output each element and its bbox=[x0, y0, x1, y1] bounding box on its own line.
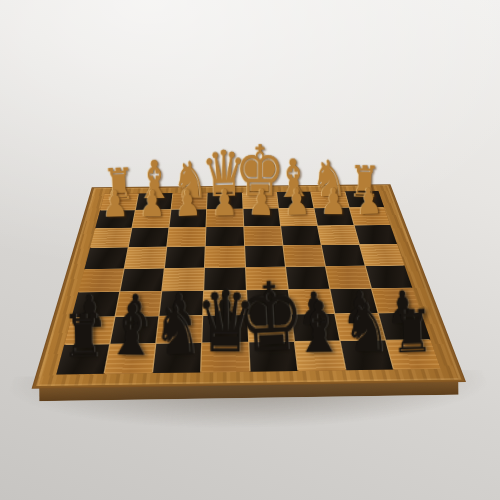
square-a3[interactable] bbox=[355, 225, 397, 244]
square-d2[interactable]: ♟ bbox=[243, 209, 280, 227]
piece-bR-h8[interactable]: ♜ bbox=[61, 310, 104, 361]
square-e2[interactable]: ♟ bbox=[207, 209, 243, 227]
square-g8[interactable]: ♝ bbox=[105, 344, 156, 374]
square-f3[interactable] bbox=[168, 227, 206, 246]
square-h4[interactable] bbox=[85, 248, 128, 269]
piece-wP-h2[interactable]: ♟ bbox=[101, 189, 128, 221]
square-f4[interactable] bbox=[165, 247, 205, 268]
piece-bR-a8[interactable]: ♜ bbox=[391, 306, 434, 357]
square-a4[interactable] bbox=[360, 244, 404, 265]
square-a8[interactable]: ♜ bbox=[386, 340, 441, 370]
piece-wP-g2[interactable]: ♟ bbox=[139, 189, 165, 220]
piece-wP-c2[interactable]: ♟ bbox=[284, 187, 311, 219]
piece-wP-e2[interactable]: ♟ bbox=[211, 188, 237, 219]
square-b2[interactable]: ♟ bbox=[314, 208, 353, 226]
square-g2[interactable]: ♟ bbox=[133, 210, 171, 228]
square-h8[interactable]: ♜ bbox=[56, 344, 109, 374]
piece-bB-g8[interactable]: ♝ bbox=[105, 299, 157, 360]
square-c2[interactable]: ♟ bbox=[279, 208, 317, 226]
piece-bB-c8[interactable]: ♝ bbox=[293, 297, 344, 358]
square-g4[interactable] bbox=[125, 247, 167, 268]
square-h2[interactable]: ♟ bbox=[95, 210, 135, 228]
square-e3[interactable] bbox=[206, 227, 244, 246]
photo-backdrop: ♜♝♞♛♚♝♞♜♟♟♟♟♟♟♟♟♟♟♟♟♟♟♟♟♜♝♞♛♚♝♞♜ bbox=[0, 0, 500, 500]
piece-wP-f2[interactable]: ♟ bbox=[174, 188, 202, 220]
square-d3[interactable] bbox=[244, 227, 282, 246]
square-e8[interactable]: ♛ bbox=[202, 342, 249, 372]
square-c3[interactable] bbox=[281, 226, 321, 245]
chessboard-scene: ♜♝♞♛♚♝♞♜♟♟♟♟♟♟♟♟♟♟♟♟♟♟♟♟♜♝♞♛♚♝♞♜ bbox=[0, 0, 500, 500]
square-h3[interactable] bbox=[90, 228, 131, 247]
square-c8[interactable]: ♝ bbox=[295, 341, 345, 371]
piece-wP-d2[interactable]: ♟ bbox=[248, 187, 275, 218]
piece-bQ-e8[interactable]: ♛ bbox=[195, 286, 257, 359]
square-b8[interactable]: ♞ bbox=[340, 340, 392, 370]
chessboard: ♜♝♞♛♚♝♞♜♟♟♟♟♟♟♟♟♟♟♟♟♟♟♟♟♜♝♞♛♚♝♞♜ bbox=[33, 185, 464, 388]
square-b4[interactable] bbox=[322, 245, 365, 266]
square-a2[interactable]: ♟ bbox=[350, 207, 391, 225]
piece-wP-b2[interactable]: ♟ bbox=[321, 187, 347, 218]
square-b3[interactable] bbox=[318, 226, 359, 245]
square-f2[interactable]: ♟ bbox=[170, 209, 207, 227]
board-frame: ♜♝♞♛♚♝♞♜♟♟♟♟♟♟♟♟♟♟♟♟♟♟♟♟♜♝♞♛♚♝♞♜ bbox=[33, 185, 464, 388]
square-g3[interactable] bbox=[129, 228, 169, 247]
piece-bN-b8[interactable]: ♞ bbox=[342, 299, 391, 357]
board-squares: ♜♝♞♛♚♝♞♜♟♟♟♟♟♟♟♟♟♟♟♟♟♟♟♟♜♝♞♛♚♝♞♜ bbox=[56, 191, 440, 375]
piece-wP-a2[interactable]: ♟ bbox=[356, 186, 383, 218]
